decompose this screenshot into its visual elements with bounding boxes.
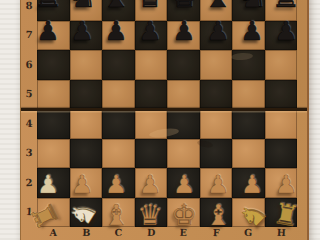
- square-a5[interactable]: [37, 80, 70, 110]
- piece-white-pawn-g2[interactable]: ♟: [236, 170, 269, 200]
- square-d6[interactable]: [135, 50, 168, 80]
- piece-white-rook-a1[interactable]: ♜: [32, 201, 65, 231]
- square-g5[interactable]: [232, 80, 265, 110]
- square-g4[interactable]: [232, 109, 265, 139]
- piece-white-pawn-h2[interactable]: ♟: [270, 170, 303, 200]
- knight-glyph: ♞: [237, 0, 267, 12]
- square-c5[interactable]: [102, 80, 135, 110]
- square-f5[interactable]: [200, 80, 233, 110]
- piece-white-rook-h1[interactable]: ♜: [270, 201, 303, 231]
- queen-glyph: ♛: [137, 201, 163, 230]
- table-surface: 87654321 ABCDEFGH ♜♞♝♛♚♝♞♜♟♟♟♟♟♟♟♟♟♟♟♟♟♟…: [0, 0, 320, 240]
- piece-white-pawn-d2[interactable]: ♟: [134, 170, 167, 200]
- bishop-glyph: ♝: [103, 201, 129, 230]
- rook-glyph: ♜: [271, 199, 302, 232]
- square-e4[interactable]: [167, 109, 200, 139]
- square-b3[interactable]: [70, 139, 103, 169]
- knight-glyph: ♞: [64, 195, 102, 232]
- square-b5[interactable]: [70, 80, 103, 110]
- square-f4[interactable]: [200, 109, 233, 139]
- pawn-glyph: ♟: [104, 18, 127, 44]
- square-e5[interactable]: [167, 80, 200, 110]
- pawn-glyph: ♟: [206, 18, 229, 44]
- square-c6[interactable]: [102, 50, 135, 80]
- knight-glyph: ♞: [234, 196, 273, 235]
- piece-white-pawn-c2[interactable]: ♟: [100, 170, 133, 200]
- piece-black-pawn-c7[interactable]: ♟: [100, 19, 133, 49]
- square-a6[interactable]: [37, 50, 70, 80]
- piece-white-pawn-e2[interactable]: ♟: [168, 170, 201, 200]
- square-a4[interactable]: [37, 109, 70, 139]
- square-h3[interactable]: [265, 139, 298, 169]
- pawn-glyph: ♟: [139, 172, 161, 197]
- pawn-glyph: ♟: [70, 18, 93, 44]
- square-g6[interactable]: [232, 50, 265, 80]
- square-g3[interactable]: [232, 139, 265, 169]
- pawn-glyph: ♟: [138, 18, 161, 44]
- pawn-glyph: ♟: [173, 172, 195, 197]
- pawn-glyph: ♟: [36, 18, 59, 44]
- square-c4[interactable]: [102, 109, 135, 139]
- piece-black-pawn-a7[interactable]: ♟: [32, 19, 65, 49]
- bishop-glyph: ♝: [203, 0, 233, 12]
- square-h5[interactable]: [265, 80, 298, 110]
- pawn-glyph: ♟: [105, 172, 127, 197]
- piece-white-knight-g1[interactable]: ♞: [236, 201, 269, 231]
- piece-black-pawn-e7[interactable]: ♟: [168, 19, 201, 49]
- square-f3[interactable]: [200, 139, 233, 169]
- queen-glyph: ♛: [135, 0, 165, 12]
- piece-white-pawn-a2[interactable]: ♟: [32, 170, 65, 200]
- chess-board: 87654321 ABCDEFGH ♜♞♝♛♚♝♞♜♟♟♟♟♟♟♟♟♟♟♟♟♟♟…: [20, 0, 309, 240]
- bishop-glyph: ♝: [205, 201, 231, 230]
- piece-white-bishop-f1[interactable]: ♝: [202, 201, 235, 231]
- piece-white-pawn-b2[interactable]: ♟: [66, 170, 99, 200]
- pawn-glyph: ♟: [241, 172, 263, 197]
- rook-glyph: ♜: [33, 0, 63, 12]
- knight-glyph: ♞: [67, 0, 97, 12]
- square-f6[interactable]: [200, 50, 233, 80]
- square-d4[interactable]: [135, 109, 168, 139]
- king-glyph: ♚: [169, 0, 199, 12]
- pawn-glyph: ♟: [240, 18, 263, 44]
- piece-black-pawn-h7[interactable]: ♟: [270, 19, 303, 49]
- piece-white-king-e1[interactable]: ♚: [168, 201, 201, 231]
- pawn-glyph: ♟: [37, 172, 59, 197]
- square-a3[interactable]: [37, 139, 70, 169]
- square-b4[interactable]: [70, 109, 103, 139]
- square-d5[interactable]: [135, 80, 168, 110]
- piece-white-knight-b1[interactable]: ♞: [66, 201, 99, 231]
- square-d3[interactable]: [135, 139, 168, 169]
- rank-label-4: 4: [21, 117, 38, 130]
- rank-label-5: 5: [21, 88, 37, 101]
- rank-label-3: 3: [21, 147, 37, 160]
- bishop-glyph: ♝: [101, 0, 131, 12]
- square-h4[interactable]: [265, 109, 298, 139]
- rook-glyph: ♜: [271, 0, 301, 12]
- pawn-glyph: ♟: [172, 18, 195, 44]
- piece-black-pawn-d7[interactable]: ♟: [134, 19, 167, 49]
- pawn-glyph: ♟: [274, 18, 297, 44]
- piece-black-pawn-b7[interactable]: ♟: [66, 19, 99, 49]
- pawn-glyph: ♟: [207, 172, 229, 197]
- square-e6[interactable]: [167, 50, 200, 80]
- square-c3[interactable]: [102, 139, 135, 169]
- pawn-glyph: ♟: [275, 172, 297, 197]
- piece-black-pawn-g7[interactable]: ♟: [236, 19, 269, 49]
- rook-glyph: ♜: [27, 197, 64, 233]
- square-b6[interactable]: [70, 50, 103, 80]
- square-h6[interactable]: [265, 50, 298, 80]
- piece-white-queen-d1[interactable]: ♛: [134, 201, 167, 231]
- rank-label-6: 6: [21, 58, 38, 71]
- piece-black-pawn-f7[interactable]: ♟: [202, 19, 235, 49]
- king-glyph: ♚: [171, 201, 197, 230]
- square-e3[interactable]: [167, 139, 200, 169]
- piece-white-bishop-c1[interactable]: ♝: [100, 201, 133, 231]
- piece-white-pawn-f2[interactable]: ♟: [202, 170, 235, 200]
